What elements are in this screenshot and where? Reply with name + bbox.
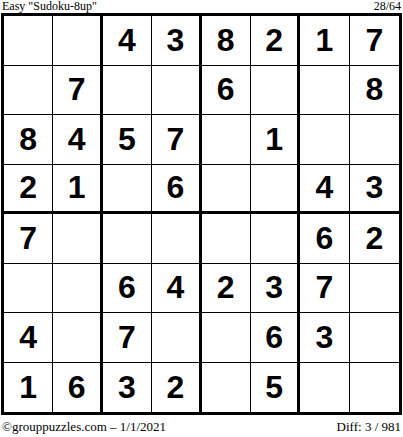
copyright-text: ©grouppuzzles.com – 1/1/2021 <box>2 419 166 435</box>
cell-r8c3: 3 <box>103 363 152 413</box>
cell-r8c1: 1 <box>4 363 53 413</box>
empty-cell-counter: 28/64 <box>374 0 401 13</box>
cell-r6c1[interactable] <box>4 264 53 314</box>
cell-r6c2[interactable] <box>53 264 102 314</box>
cell-r5c4[interactable] <box>152 214 201 264</box>
cell-r2c5: 6 <box>202 66 251 116</box>
cell-r7c1: 4 <box>4 313 53 363</box>
cell-r3c3: 5 <box>103 115 152 165</box>
cell-r3c5[interactable] <box>202 115 251 165</box>
cell-r7c8[interactable] <box>350 313 399 363</box>
cell-r2c8: 8 <box>350 66 399 116</box>
cell-r3c8[interactable] <box>350 115 399 165</box>
header: Easy "Sudoku-8up" 28/64 <box>2 0 401 13</box>
cell-r7c4[interactable] <box>152 313 201 363</box>
cell-r3c4: 7 <box>152 115 201 165</box>
cell-r6c5: 2 <box>202 264 251 314</box>
cell-r2c4[interactable] <box>152 66 201 116</box>
cell-r5c1: 7 <box>4 214 53 264</box>
cell-r1c5: 8 <box>202 16 251 66</box>
cell-r6c7: 7 <box>300 264 349 314</box>
cell-r1c4: 3 <box>152 16 201 66</box>
cell-r3c2: 4 <box>53 115 102 165</box>
cell-r5c5[interactable] <box>202 214 251 264</box>
cell-r6c6: 3 <box>251 264 300 314</box>
cell-r1c6: 2 <box>251 16 300 66</box>
cell-r7c6: 6 <box>251 313 300 363</box>
cell-r6c4: 4 <box>152 264 201 314</box>
cell-r7c3: 7 <box>103 313 152 363</box>
cell-r1c7: 1 <box>300 16 349 66</box>
cell-r5c8: 2 <box>350 214 399 264</box>
cell-r8c5[interactable] <box>202 363 251 413</box>
cell-r4c6[interactable] <box>251 165 300 215</box>
cell-r1c1[interactable] <box>4 16 53 66</box>
cell-r4c2: 1 <box>53 165 102 215</box>
cell-r7c7: 3 <box>300 313 349 363</box>
cell-r8c8[interactable] <box>350 363 399 413</box>
cell-r2c7[interactable] <box>300 66 349 116</box>
cell-r8c4: 2 <box>152 363 201 413</box>
cell-r3c1: 8 <box>4 115 53 165</box>
sudoku-page: Easy "Sudoku-8up" 28/64 4382177688457121… <box>0 0 403 437</box>
cell-r4c7: 4 <box>300 165 349 215</box>
cell-r2c1[interactable] <box>4 66 53 116</box>
difficulty-text: Diff: 3 / 981 <box>337 419 401 435</box>
cell-r2c2: 7 <box>53 66 102 116</box>
cell-r4c4: 6 <box>152 165 201 215</box>
cell-r5c2[interactable] <box>53 214 102 264</box>
sudoku-board: 438217768845712164376264237476316325 <box>1 13 402 415</box>
puzzle-title: Easy "Sudoku-8up" <box>2 0 97 13</box>
cell-r4c3[interactable] <box>103 165 152 215</box>
footer: ©grouppuzzles.com – 1/1/2021 Diff: 3 / 9… <box>2 419 401 435</box>
cell-r1c8: 7 <box>350 16 399 66</box>
cell-r8c7[interactable] <box>300 363 349 413</box>
cell-r3c6: 1 <box>251 115 300 165</box>
cell-r6c3: 6 <box>103 264 152 314</box>
cell-r6c8[interactable] <box>350 264 399 314</box>
cell-r8c6: 5 <box>251 363 300 413</box>
cell-r5c7: 6 <box>300 214 349 264</box>
cell-r7c2[interactable] <box>53 313 102 363</box>
cell-r2c6[interactable] <box>251 66 300 116</box>
cell-r5c6[interactable] <box>251 214 300 264</box>
cell-r4c1: 2 <box>4 165 53 215</box>
cell-r1c3: 4 <box>103 16 152 66</box>
cell-r4c8: 3 <box>350 165 399 215</box>
cell-r8c2: 6 <box>53 363 102 413</box>
cell-r7c5[interactable] <box>202 313 251 363</box>
cell-r5c3[interactable] <box>103 214 152 264</box>
cell-r4c5[interactable] <box>202 165 251 215</box>
cell-r3c7[interactable] <box>300 115 349 165</box>
cell-r2c3[interactable] <box>103 66 152 116</box>
cell-r1c2[interactable] <box>53 16 102 66</box>
